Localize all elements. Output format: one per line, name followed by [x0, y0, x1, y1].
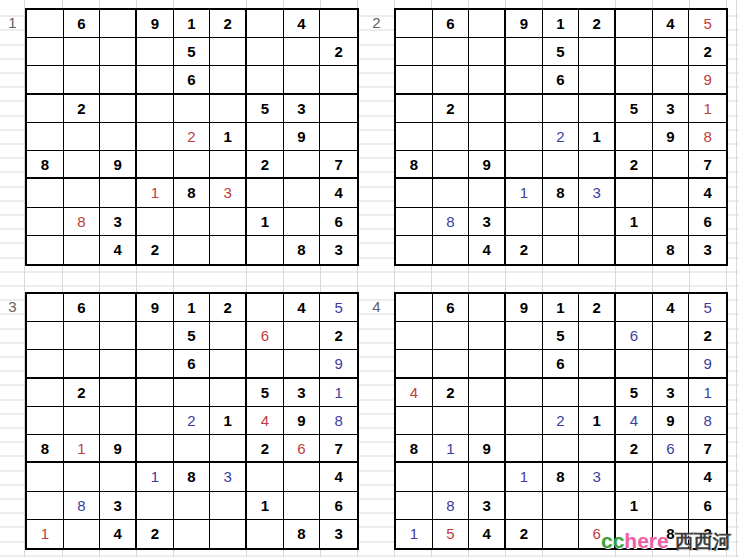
cell-r4c3 [469, 379, 506, 407]
cell-r6c5 [543, 435, 580, 463]
cell-r3c8 [284, 66, 321, 94]
cell-r1c2: 6 [64, 294, 101, 322]
cell-r7c8 [284, 179, 321, 207]
cell-r2c4 [137, 322, 174, 350]
cell-r3c5: 6 [174, 66, 211, 94]
cell-r6c5 [174, 151, 211, 179]
cell-r8c6 [210, 492, 247, 520]
cell-r7c1 [396, 463, 433, 491]
cell-r6c4 [137, 151, 174, 179]
cell-r2c6 [579, 38, 616, 66]
cell-r3c9: 9 [320, 350, 357, 378]
cell-r8c9: 6 [689, 492, 726, 520]
cell-r3c7 [616, 350, 653, 378]
cell-r6c9: 7 [689, 151, 726, 179]
cell-r6c7: 2 [616, 151, 653, 179]
cell-r6c1: 8 [396, 435, 433, 463]
cell-r9c6 [210, 520, 247, 548]
cell-r6c2: 1 [433, 435, 470, 463]
cell-r6c5 [543, 151, 580, 179]
cell-r3c3 [100, 66, 137, 94]
cell-r3c9: 9 [689, 350, 726, 378]
cell-r6c7: 2 [247, 151, 284, 179]
cell-r1c3 [100, 10, 137, 38]
cell-r1c2: 6 [433, 10, 470, 38]
cell-r1c8: 4 [653, 294, 690, 322]
cell-r7c1 [27, 179, 64, 207]
cell-r9c9: 3 [320, 520, 357, 548]
cell-r8c4 [506, 208, 543, 236]
cell-r5c8: 9 [284, 123, 321, 151]
cell-r2c1 [396, 38, 433, 66]
cell-r6c8 [653, 151, 690, 179]
cell-r4c8: 3 [284, 95, 321, 123]
cell-r4c2: 2 [433, 95, 470, 123]
cell-r8c4 [137, 492, 174, 520]
cell-r7c5: 8 [543, 463, 580, 491]
cell-r5c8: 9 [284, 407, 321, 435]
cell-r7c1 [396, 179, 433, 207]
cell-r2c8 [284, 38, 321, 66]
cell-r3c6 [579, 350, 616, 378]
cell-r8c7: 1 [247, 208, 284, 236]
cell-r5c1 [396, 407, 433, 435]
cell-r4c7: 5 [247, 379, 284, 407]
cell-r7c7 [616, 463, 653, 491]
cell-r7c9: 4 [320, 179, 357, 207]
cell-r8c2: 8 [64, 492, 101, 520]
cell-r8c6 [579, 492, 616, 520]
cell-r3c1 [396, 350, 433, 378]
cell-r7c3 [469, 463, 506, 491]
right-edge-gridline [736, 0, 737, 557]
cell-r6c6 [210, 435, 247, 463]
cell-r4c4 [137, 379, 174, 407]
cell-r2c1 [396, 322, 433, 350]
cell-r6c3: 9 [100, 151, 137, 179]
cell-r7c7 [247, 179, 284, 207]
cell-r7c6: 3 [579, 179, 616, 207]
cell-r2c7: 6 [616, 322, 653, 350]
cell-r7c4: 1 [506, 179, 543, 207]
cell-r7c4: 1 [506, 463, 543, 491]
cell-r7c4: 1 [137, 463, 174, 491]
cell-r4c4 [137, 95, 174, 123]
step-label-3: 3 [0, 292, 25, 321]
cell-r7c5: 8 [543, 179, 580, 207]
cell-r6c9: 7 [320, 151, 357, 179]
cell-r9c3: 4 [469, 236, 506, 264]
cell-r3c8 [653, 66, 690, 94]
cell-r3c2 [433, 350, 470, 378]
cell-r4c1: 4 [396, 379, 433, 407]
cell-r3c8 [284, 350, 321, 378]
cell-r1c4: 9 [506, 10, 543, 38]
cell-r9c6 [579, 236, 616, 264]
cell-r6c2 [433, 151, 470, 179]
cell-r5c7: 4 [616, 407, 653, 435]
cell-r7c4: 1 [137, 179, 174, 207]
cell-r3c3 [469, 66, 506, 94]
cell-r6c1: 8 [27, 151, 64, 179]
cell-r7c1 [27, 463, 64, 491]
cell-r8c3: 3 [100, 492, 137, 520]
cell-r9c2 [64, 236, 101, 264]
cell-r2c6 [210, 38, 247, 66]
cell-r4c6 [579, 379, 616, 407]
cell-r6c3: 9 [469, 151, 506, 179]
cell-r7c9: 4 [320, 463, 357, 491]
cell-r7c2 [433, 179, 470, 207]
cell-r7c5: 8 [174, 463, 211, 491]
cell-r5c1 [27, 407, 64, 435]
cell-r8c5 [543, 492, 580, 520]
cell-r5c6: 1 [579, 123, 616, 151]
cell-r2c9: 2 [689, 38, 726, 66]
cell-r8c4 [137, 208, 174, 236]
cell-r1c5: 1 [543, 294, 580, 322]
cell-r6c6 [579, 435, 616, 463]
cell-r5c1 [396, 123, 433, 151]
cell-r6c6 [210, 151, 247, 179]
cell-r5c2 [64, 407, 101, 435]
cell-r1c7 [247, 10, 284, 38]
cell-r8c7: 1 [616, 208, 653, 236]
cell-r2c9: 2 [320, 38, 357, 66]
cell-r3c4 [506, 66, 543, 94]
cell-r3c2 [433, 66, 470, 94]
cell-r2c2 [433, 38, 470, 66]
cell-r4c1 [27, 379, 64, 407]
cell-r6c4 [506, 151, 543, 179]
cell-r2c5: 5 [543, 322, 580, 350]
cell-r3c9 [320, 66, 357, 94]
cell-r7c2 [64, 179, 101, 207]
cell-r6c6 [579, 151, 616, 179]
step-label-1: 1 [0, 8, 25, 37]
cell-r9c8: 8 [284, 236, 321, 264]
cell-r1c9: 5 [689, 294, 726, 322]
cell-r8c3: 3 [469, 208, 506, 236]
cell-r1c8: 4 [653, 10, 690, 38]
cell-r9c4: 2 [506, 236, 543, 264]
cell-r1c4: 9 [506, 294, 543, 322]
cell-r1c4: 9 [137, 10, 174, 38]
cell-r2c3 [100, 38, 137, 66]
cell-r9c7 [247, 236, 284, 264]
cell-r2c8 [653, 38, 690, 66]
sudoku-board-4: 6912455626942531214988192671834831615426… [394, 292, 728, 550]
cell-r9c1 [396, 236, 433, 264]
cell-r4c7: 5 [247, 95, 284, 123]
cell-r9c4: 2 [137, 520, 174, 548]
cell-r5c9: 8 [320, 407, 357, 435]
cell-r9c1: 1 [27, 520, 64, 548]
sudoku-board-1: 691245262532198927183483164283 [25, 8, 359, 266]
cell-r7c3 [100, 463, 137, 491]
cell-r1c6: 2 [579, 294, 616, 322]
cell-r8c8 [653, 492, 690, 520]
cell-r3c6 [210, 350, 247, 378]
cell-r8c5 [174, 492, 211, 520]
cell-r8c6 [579, 208, 616, 236]
step-label-2: 2 [359, 8, 394, 37]
cell-r8c9: 6 [320, 492, 357, 520]
cell-r3c9: 9 [689, 66, 726, 94]
cell-r6c1: 8 [27, 435, 64, 463]
cell-r4c3 [100, 95, 137, 123]
cell-r4c5 [174, 95, 211, 123]
cell-r8c3: 3 [100, 208, 137, 236]
cell-r1c2: 6 [433, 294, 470, 322]
cell-r5c5: 2 [543, 123, 580, 151]
cell-r4c6 [210, 379, 247, 407]
cell-r3c3 [100, 350, 137, 378]
cell-r4c1 [27, 95, 64, 123]
cell-r1c1 [396, 10, 433, 38]
cell-r1c1 [27, 10, 64, 38]
cell-r3c6 [579, 66, 616, 94]
cell-r2c8 [284, 322, 321, 350]
cell-r5c2 [433, 123, 470, 151]
cell-r3c7 [247, 350, 284, 378]
cell-r3c8 [653, 350, 690, 378]
cell-r1c9 [320, 10, 357, 38]
cell-r8c1 [396, 208, 433, 236]
cell-r2c5: 5 [174, 38, 211, 66]
cell-r4c2: 2 [64, 379, 101, 407]
cell-r6c1: 8 [396, 151, 433, 179]
cell-r8c1 [27, 492, 64, 520]
cell-r1c7 [616, 10, 653, 38]
cell-r7c2 [433, 463, 470, 491]
cell-r2c1 [27, 38, 64, 66]
cell-r7c8 [284, 463, 321, 491]
cell-r4c7: 5 [616, 95, 653, 123]
cell-r5c5: 2 [543, 407, 580, 435]
cell-r3c7 [616, 66, 653, 94]
cell-r9c4: 2 [137, 236, 174, 264]
cell-r4c1 [396, 95, 433, 123]
cell-r5c6: 1 [210, 123, 247, 151]
watermark-cc: cc [601, 529, 624, 552]
cell-r5c8: 9 [653, 123, 690, 151]
cell-r6c4 [506, 435, 543, 463]
cell-r5c9 [320, 123, 357, 151]
cell-r5c3 [469, 407, 506, 435]
cell-r3c5: 6 [543, 350, 580, 378]
cell-r5c2 [64, 123, 101, 151]
cell-r1c5: 1 [543, 10, 580, 38]
cell-r4c5 [543, 379, 580, 407]
cell-r9c3: 4 [469, 520, 506, 548]
cell-r7c5: 8 [174, 179, 211, 207]
cell-r1c9: 5 [689, 10, 726, 38]
cell-r8c8 [284, 492, 321, 520]
cell-r3c3 [469, 350, 506, 378]
cell-r9c7 [616, 236, 653, 264]
cell-r4c8: 3 [284, 379, 321, 407]
cell-r3c5: 6 [543, 66, 580, 94]
cell-r1c6: 2 [210, 10, 247, 38]
cell-r1c3 [469, 294, 506, 322]
cell-r5c6: 1 [579, 407, 616, 435]
cell-r2c9: 2 [320, 322, 357, 350]
cell-r1c5: 1 [174, 294, 211, 322]
cell-r9c9: 3 [320, 236, 357, 264]
step-label-4: 4 [359, 292, 394, 321]
cell-r9c4: 2 [506, 520, 543, 548]
cell-r8c7: 1 [616, 492, 653, 520]
cell-r5c6: 1 [210, 407, 247, 435]
cell-r8c6 [210, 208, 247, 236]
cell-r9c3: 4 [100, 520, 137, 548]
sudoku-board-3: 691245562692531214988192671834831614283 [25, 292, 359, 550]
cell-r2c2 [433, 322, 470, 350]
cell-r5c7: 4 [247, 407, 284, 435]
cell-r1c2: 6 [64, 10, 101, 38]
cell-r6c8 [284, 151, 321, 179]
cell-r2c1 [27, 322, 64, 350]
cell-r6c2 [64, 151, 101, 179]
cell-r6c5 [174, 435, 211, 463]
sudoku-board-2: 6912455269253121988927183483164283 [394, 8, 728, 266]
cell-r9c5 [543, 520, 580, 548]
cell-r3c4 [506, 350, 543, 378]
cell-r5c5: 2 [174, 407, 211, 435]
cell-r2c6 [579, 322, 616, 350]
cell-r9c7 [247, 520, 284, 548]
cell-r8c4 [506, 492, 543, 520]
cell-r5c3 [100, 123, 137, 151]
cell-r5c3 [100, 407, 137, 435]
cell-r1c9: 5 [320, 294, 357, 322]
cell-r6c3: 9 [100, 435, 137, 463]
cell-r3c1 [27, 350, 64, 378]
cell-r4c2: 2 [433, 379, 470, 407]
cell-r4c6 [579, 95, 616, 123]
cell-r8c2: 8 [433, 492, 470, 520]
cell-r8c9: 6 [320, 208, 357, 236]
cell-r5c4 [506, 407, 543, 435]
cell-r9c8: 8 [284, 520, 321, 548]
cell-r2c9: 2 [689, 322, 726, 350]
cell-r2c3 [469, 38, 506, 66]
cell-r5c4 [137, 407, 174, 435]
cell-r8c5 [543, 208, 580, 236]
cell-r1c3 [469, 10, 506, 38]
cell-r3c7 [247, 66, 284, 94]
cell-r1c4: 9 [137, 294, 174, 322]
cell-r4c4 [506, 379, 543, 407]
cell-r3c2 [64, 66, 101, 94]
cell-r2c7: 6 [247, 322, 284, 350]
cell-r3c1 [396, 66, 433, 94]
cell-r9c9: 3 [689, 236, 726, 264]
cell-r3c5: 6 [174, 350, 211, 378]
cell-r7c3 [469, 179, 506, 207]
cell-r7c8 [653, 463, 690, 491]
cell-r9c2 [64, 520, 101, 548]
cell-r1c8: 4 [284, 294, 321, 322]
cell-r6c7: 2 [616, 435, 653, 463]
cell-r7c6: 3 [210, 179, 247, 207]
cell-r8c7: 1 [247, 492, 284, 520]
cell-r4c5 [543, 95, 580, 123]
cell-r2c4 [506, 322, 543, 350]
cell-r6c4 [137, 435, 174, 463]
cell-r3c4 [137, 350, 174, 378]
cell-r4c6 [210, 95, 247, 123]
cell-r2c5: 5 [174, 322, 211, 350]
cell-r7c7 [616, 179, 653, 207]
cell-r6c9: 7 [320, 435, 357, 463]
cell-r9c2 [433, 236, 470, 264]
cell-r8c8 [653, 208, 690, 236]
cell-r5c8: 9 [653, 407, 690, 435]
cell-r4c8: 3 [653, 379, 690, 407]
cell-r9c3: 4 [100, 236, 137, 264]
cell-r1c3 [100, 294, 137, 322]
cell-r4c4 [506, 95, 543, 123]
cell-r2c3 [469, 322, 506, 350]
cell-r5c7 [247, 123, 284, 151]
cell-r3c4 [137, 66, 174, 94]
cell-r5c1 [27, 123, 64, 151]
cell-r6c2: 1 [64, 435, 101, 463]
cell-r1c1 [27, 294, 64, 322]
cell-r5c4 [506, 123, 543, 151]
cell-r4c7: 5 [616, 379, 653, 407]
cell-r1c8: 4 [284, 10, 321, 38]
cell-r1c7 [247, 294, 284, 322]
cell-r2c4 [137, 38, 174, 66]
cell-r7c3 [100, 179, 137, 207]
cell-r9c5 [174, 520, 211, 548]
cell-r5c9: 8 [689, 407, 726, 435]
cell-r7c6: 3 [210, 463, 247, 491]
cell-r5c2 [433, 407, 470, 435]
cell-r5c5: 2 [174, 123, 211, 151]
cell-r3c1 [27, 66, 64, 94]
cell-r7c8 [653, 179, 690, 207]
cell-r2c8 [653, 322, 690, 350]
cell-r2c2 [64, 38, 101, 66]
cell-r8c8 [284, 208, 321, 236]
cell-r4c9: 1 [689, 379, 726, 407]
cell-r8c3: 3 [469, 492, 506, 520]
cell-r8c5 [174, 208, 211, 236]
cell-r5c3 [469, 123, 506, 151]
cell-r5c4 [137, 123, 174, 151]
cell-r4c9 [320, 95, 357, 123]
cell-r3c6 [210, 66, 247, 94]
cell-r2c7 [616, 38, 653, 66]
cell-r8c1 [27, 208, 64, 236]
watermark-here: here [624, 529, 668, 552]
sudoku-worksheet: { "game": "sudoku", "description_colors"… [0, 0, 739, 557]
cell-r6c9: 7 [689, 435, 726, 463]
cell-r4c8: 3 [653, 95, 690, 123]
cell-r7c6: 3 [579, 463, 616, 491]
watermark-hanzi: 西西河 [675, 531, 732, 552]
cell-r4c5 [174, 379, 211, 407]
cell-r9c2: 5 [433, 520, 470, 548]
cell-r9c8: 8 [653, 236, 690, 264]
cell-r6c3: 9 [469, 435, 506, 463]
cell-r4c3 [100, 379, 137, 407]
cell-r3c2 [64, 350, 101, 378]
